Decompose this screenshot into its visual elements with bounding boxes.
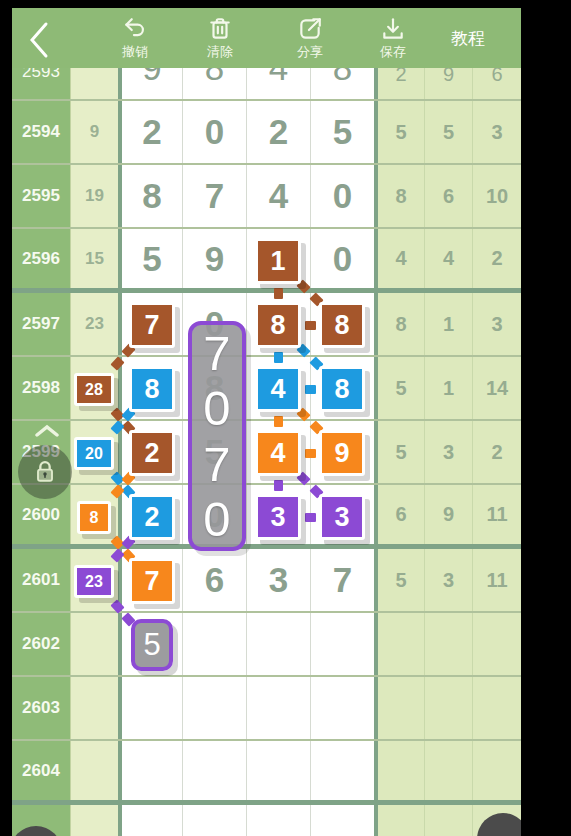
annotation-box[interactable]: 7 bbox=[129, 302, 175, 348]
share-button[interactable]: 分享 bbox=[297, 16, 323, 59]
annotation-box[interactable]: 3 bbox=[255, 494, 301, 540]
cell-stat: 3 bbox=[472, 293, 521, 355]
cell-stat bbox=[424, 613, 472, 675]
cell-period: 2603 bbox=[12, 677, 70, 739]
cell-digit[interactable] bbox=[310, 805, 374, 836]
cell-stat: 5 bbox=[374, 101, 424, 163]
prediction-digit: 7 bbox=[203, 328, 230, 378]
annotation-box[interactable]: 8 bbox=[255, 302, 301, 348]
back-button[interactable] bbox=[22, 18, 56, 62]
cell-digit[interactable] bbox=[182, 805, 246, 836]
cell-period: 2596 bbox=[12, 229, 70, 288]
table-row: 25951987408610 bbox=[12, 165, 521, 229]
cell-sum bbox=[70, 677, 118, 739]
prediction-cell-box[interactable]: 5 bbox=[131, 619, 173, 671]
annotation-box[interactable]: 8 bbox=[319, 366, 365, 412]
cell-stat: 8 bbox=[374, 293, 424, 355]
cell-stat: 2 bbox=[374, 68, 424, 99]
table-row: 2602 bbox=[12, 613, 521, 677]
cell-stat: 5 bbox=[374, 357, 424, 419]
prediction-digit: 7 bbox=[203, 439, 230, 489]
cell-digit[interactable] bbox=[118, 805, 182, 836]
cell-stat: 11 bbox=[472, 549, 521, 611]
lock-button[interactable] bbox=[18, 445, 72, 499]
cell-stat: 6 bbox=[374, 485, 424, 544]
save-label: 保存 bbox=[380, 44, 406, 59]
cell-digit[interactable] bbox=[182, 613, 246, 675]
cell-digit[interactable] bbox=[246, 677, 310, 739]
chevron-left-icon bbox=[22, 18, 56, 62]
cell-stat: 9 bbox=[424, 68, 472, 99]
cell-stat: 1 bbox=[424, 357, 472, 419]
annotation-box[interactable]: 7 bbox=[129, 558, 175, 604]
table-row: 2603 bbox=[12, 677, 521, 741]
cell-stat: 5 bbox=[374, 421, 424, 483]
cell-stat: 2 bbox=[472, 229, 521, 288]
table-row: 259492025553 bbox=[12, 101, 521, 165]
cell-digit[interactable]: 2 bbox=[118, 101, 182, 163]
cell-digit[interactable]: 4 bbox=[246, 68, 310, 99]
cell-sum: 19 bbox=[70, 165, 118, 227]
clear-label: 清除 bbox=[207, 44, 233, 59]
annotation-box[interactable]: 4 bbox=[255, 430, 301, 476]
cell-period: 2601 bbox=[12, 549, 70, 611]
cell-stat: 4 bbox=[374, 229, 424, 288]
chevron-up-icon bbox=[33, 424, 61, 437]
cell-stat: 4 bbox=[424, 229, 472, 288]
cell-digit[interactable] bbox=[246, 741, 310, 800]
cell-digit[interactable]: 0 bbox=[310, 229, 374, 288]
toolbar: 撤销 清除 分享 保存 教程 bbox=[12, 8, 521, 68]
cell-digit[interactable] bbox=[310, 613, 374, 675]
prediction-digit: 0 bbox=[203, 494, 230, 544]
cell-stat: 8 bbox=[374, 165, 424, 227]
cell-period: 2594 bbox=[12, 101, 70, 163]
cell-sum: 15 bbox=[70, 229, 118, 288]
annotation-box[interactable]: 2 bbox=[129, 494, 175, 540]
annotation-box[interactable]: 23 bbox=[74, 565, 114, 598]
annotation-box[interactable]: 4 bbox=[255, 366, 301, 412]
cell-sum bbox=[70, 741, 118, 800]
cell-digit[interactable] bbox=[246, 805, 310, 836]
cell-digit[interactable] bbox=[310, 741, 374, 800]
table-row: 2604 bbox=[12, 741, 521, 805]
cell-digit[interactable]: 4 bbox=[246, 165, 310, 227]
annotation-box[interactable]: 3 bbox=[319, 494, 365, 540]
cell-digit[interactable]: 8 bbox=[118, 165, 182, 227]
cell-period: 2593 bbox=[12, 68, 70, 99]
share-icon bbox=[297, 16, 323, 42]
cell-stat: 10 bbox=[472, 165, 521, 227]
share-label: 分享 bbox=[297, 44, 323, 59]
cell-digit[interactable]: 9 bbox=[182, 229, 246, 288]
cell-stat: 14 bbox=[472, 357, 521, 419]
save-button[interactable]: 保存 bbox=[380, 16, 406, 59]
cell-digit[interactable]: 8 bbox=[182, 68, 246, 99]
collapse-button[interactable] bbox=[33, 424, 61, 437]
cell-stat bbox=[472, 677, 521, 739]
cell-digit[interactable]: 6 bbox=[182, 549, 246, 611]
prediction-column-box[interactable]: 7070 bbox=[188, 321, 246, 551]
cell-digit[interactable] bbox=[182, 677, 246, 739]
cell-period: 2602 bbox=[12, 613, 70, 675]
cell-digit[interactable]: 7 bbox=[310, 549, 374, 611]
cell-digit[interactable]: 5 bbox=[118, 229, 182, 288]
cell-digit[interactable] bbox=[310, 677, 374, 739]
cell-digit[interactable]: 5 bbox=[310, 101, 374, 163]
clear-button[interactable]: 清除 bbox=[207, 16, 233, 59]
table-row: 25939848296 bbox=[12, 68, 521, 101]
cell-stat bbox=[424, 677, 472, 739]
cell-stat: 11 bbox=[472, 485, 521, 544]
annotation-box[interactable]: 8 bbox=[319, 302, 365, 348]
cell-period: 2604 bbox=[12, 741, 70, 800]
annotation-box[interactable]: 9 bbox=[319, 430, 365, 476]
cell-digit[interactable] bbox=[246, 613, 310, 675]
app-frame: 撤销 清除 分享 保存 教程 2593984829625949202555325… bbox=[12, 8, 521, 836]
annotation-box[interactable]: 2 bbox=[129, 430, 175, 476]
cell-sum: 9 bbox=[70, 101, 118, 163]
cell-digit[interactable]: 7 bbox=[182, 165, 246, 227]
cell-digit[interactable]: 2 bbox=[246, 101, 310, 163]
cell-stat: 5 bbox=[424, 101, 472, 163]
cell-stat: 3 bbox=[472, 101, 521, 163]
cell-digit[interactable]: 0 bbox=[310, 165, 374, 227]
cell-stat: 3 bbox=[424, 421, 472, 483]
cell-stat: 1 bbox=[424, 293, 472, 355]
cell-sum: 23 bbox=[70, 293, 118, 355]
cell-stat: 9 bbox=[424, 485, 472, 544]
cell-stat bbox=[374, 613, 424, 675]
undo-label: 撤销 bbox=[122, 44, 148, 59]
cell-stat: 3 bbox=[424, 549, 472, 611]
cell-digit[interactable]: 8 bbox=[310, 68, 374, 99]
tutorial-button[interactable]: 教程 bbox=[451, 8, 485, 68]
annotation-box[interactable]: 8 bbox=[77, 501, 111, 534]
cell-period: 2595 bbox=[12, 165, 70, 227]
annotation-box[interactable]: 8 bbox=[129, 366, 175, 412]
cell-digit[interactable]: 3 bbox=[246, 549, 310, 611]
cell-digit[interactable]: 9 bbox=[118, 68, 182, 99]
cell-stat bbox=[472, 613, 521, 675]
cell-stat bbox=[374, 677, 424, 739]
cell-stat bbox=[424, 805, 472, 836]
table-row bbox=[12, 805, 521, 836]
cell-stat: 5 bbox=[374, 549, 424, 611]
cell-digit[interactable] bbox=[182, 741, 246, 800]
prediction-digit: 0 bbox=[203, 383, 230, 433]
cell-stat: 6 bbox=[472, 68, 521, 99]
cell-sum bbox=[70, 613, 118, 675]
annotation-box[interactable]: 28 bbox=[74, 373, 114, 406]
cell-digit[interactable]: 0 bbox=[182, 101, 246, 163]
cell-stat: 2 bbox=[472, 421, 521, 483]
cell-stat: 6 bbox=[424, 165, 472, 227]
cell-stat bbox=[374, 741, 424, 800]
cell-digit[interactable] bbox=[118, 677, 182, 739]
cell-sum bbox=[70, 805, 118, 836]
trash-icon bbox=[207, 16, 233, 42]
cell-stat bbox=[374, 805, 424, 836]
cell-stat bbox=[424, 741, 472, 800]
cell-digit[interactable] bbox=[118, 741, 182, 800]
annotation-box[interactable]: 1 bbox=[255, 238, 301, 284]
save-icon bbox=[380, 16, 406, 42]
cell-period: 2598 bbox=[12, 357, 70, 419]
lock-icon bbox=[31, 458, 59, 486]
cell-sum bbox=[70, 68, 118, 99]
cell-period: 2597 bbox=[12, 293, 70, 355]
screen: { "toolbar": { "back_icon": "chevron-lef… bbox=[0, 0, 571, 836]
undo-icon bbox=[122, 16, 148, 42]
cell-stat bbox=[472, 741, 521, 800]
annotation-box[interactable]: 20 bbox=[74, 437, 114, 470]
undo-button[interactable]: 撤销 bbox=[122, 16, 148, 59]
